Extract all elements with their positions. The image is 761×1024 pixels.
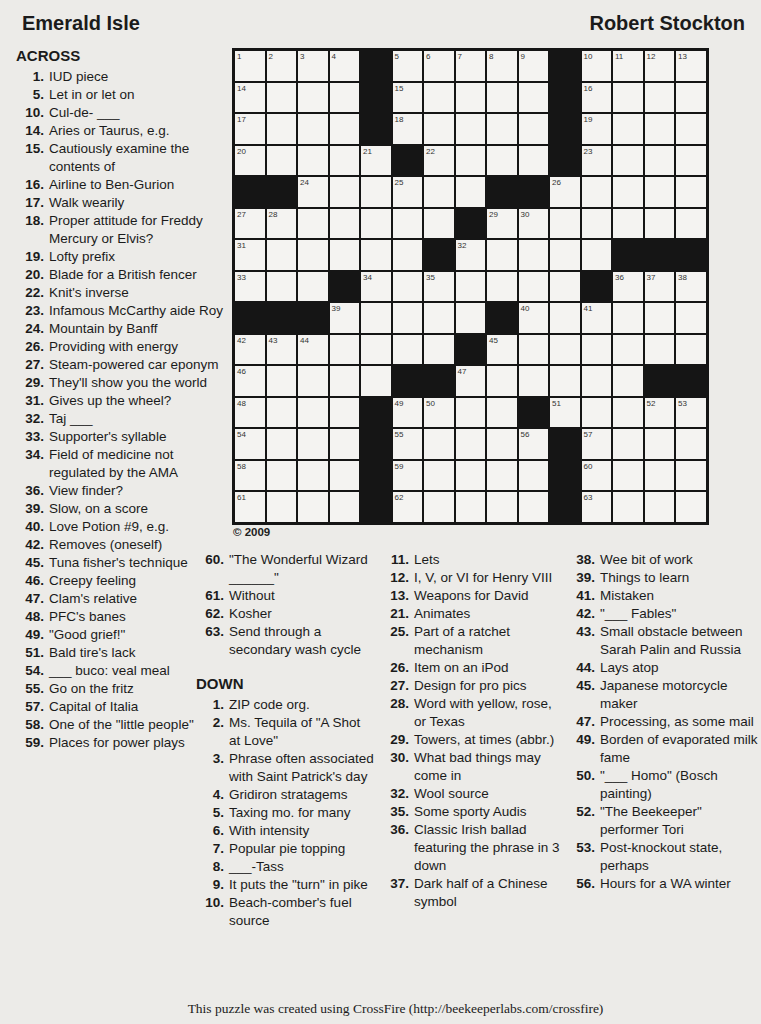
grid-cell[interactable] bbox=[486, 397, 518, 429]
grid-cell[interactable]: 33 bbox=[234, 271, 266, 303]
grid-cell[interactable] bbox=[329, 176, 361, 208]
cell-number: 40 bbox=[521, 304, 530, 313]
clue-text: Knit's inverse bbox=[49, 284, 228, 302]
grid-cell[interactable] bbox=[644, 302, 676, 334]
grid-cell[interactable]: 21 bbox=[360, 145, 392, 177]
grid-cell[interactable] bbox=[486, 82, 518, 114]
grid-cell[interactable]: 47 bbox=[455, 365, 487, 397]
clue-number: 58. bbox=[16, 716, 44, 734]
black-cell bbox=[675, 239, 707, 271]
grid-cell[interactable]: 26 bbox=[549, 176, 581, 208]
puzzle-title: Emerald Isle bbox=[22, 12, 140, 35]
grid-cell[interactable] bbox=[486, 460, 518, 492]
clue-text: Field of medicine not regulated by the A… bbox=[49, 446, 228, 482]
grid-cell[interactable] bbox=[455, 397, 487, 429]
grid-cell[interactable] bbox=[581, 334, 613, 366]
grid-cell[interactable] bbox=[329, 365, 361, 397]
clue-item: 34.Field of medicine not regulated by th… bbox=[16, 446, 228, 482]
grid-cell[interactable] bbox=[549, 334, 581, 366]
grid-cell[interactable] bbox=[455, 82, 487, 114]
grid-cell[interactable] bbox=[486, 491, 518, 523]
clue-number: 38. bbox=[567, 551, 595, 569]
grid-cell[interactable] bbox=[518, 365, 550, 397]
grid-cell[interactable] bbox=[329, 334, 361, 366]
grid-cell[interactable] bbox=[518, 271, 550, 303]
grid-cell[interactable] bbox=[392, 239, 424, 271]
grid-cell[interactable] bbox=[644, 145, 676, 177]
clue-text: ZIP code org. bbox=[229, 696, 374, 714]
grid-cell[interactable]: 41 bbox=[581, 302, 613, 334]
clue-text: Taj ___ bbox=[49, 410, 228, 428]
grid-cell[interactable] bbox=[297, 113, 329, 145]
clue-text: Kosher bbox=[229, 605, 374, 623]
grid-cell[interactable] bbox=[644, 491, 676, 523]
black-cell bbox=[297, 302, 329, 334]
grid-cell[interactable] bbox=[360, 208, 392, 240]
clue-text: Wool source bbox=[414, 785, 564, 803]
grid-cell[interactable] bbox=[423, 334, 455, 366]
grid-cell[interactable] bbox=[329, 113, 361, 145]
grid-cell[interactable]: 14 bbox=[234, 82, 266, 114]
grid-cell[interactable]: 13 bbox=[675, 50, 707, 82]
grid-cell[interactable]: 39 bbox=[329, 302, 361, 334]
black-cell bbox=[455, 334, 487, 366]
grid-cell[interactable] bbox=[455, 460, 487, 492]
grid-cell[interactable]: 3 bbox=[297, 50, 329, 82]
grid-cell[interactable] bbox=[455, 491, 487, 523]
clue-text: Ms. Tequila of "A Shot at Love" bbox=[229, 714, 374, 750]
grid-cell[interactable] bbox=[297, 428, 329, 460]
grid-cell[interactable] bbox=[297, 491, 329, 523]
cell-number: 13 bbox=[678, 52, 687, 61]
grid-cell[interactable] bbox=[455, 176, 487, 208]
clue-number: 42. bbox=[16, 536, 44, 554]
grid-cell[interactable] bbox=[675, 334, 707, 366]
grid-cell[interactable]: 27 bbox=[234, 208, 266, 240]
clue-text: Slow, on a score bbox=[49, 500, 228, 518]
cell-number: 11 bbox=[615, 52, 623, 61]
grid-cell[interactable]: 42 bbox=[234, 334, 266, 366]
clue-number: 4. bbox=[196, 786, 224, 804]
grid-cell[interactable] bbox=[455, 428, 487, 460]
grid-cell[interactable]: 25 bbox=[392, 176, 424, 208]
clue-number: 39. bbox=[567, 569, 595, 587]
cell-number: 3 bbox=[300, 52, 304, 61]
clue-number: 39. bbox=[16, 500, 44, 518]
clue-text: Hours for a WA winter bbox=[600, 875, 759, 893]
grid-cell[interactable]: 57 bbox=[581, 428, 613, 460]
grid-cell[interactable] bbox=[675, 428, 707, 460]
grid-cell[interactable]: 38 bbox=[675, 271, 707, 303]
grid-cell[interactable] bbox=[297, 239, 329, 271]
grid-cell[interactable] bbox=[644, 82, 676, 114]
clues-column-2: 60."The Wonderful Wizard ______"61.Witho… bbox=[196, 551, 374, 930]
grid-cell[interactable] bbox=[612, 428, 644, 460]
cell-number: 22 bbox=[426, 147, 435, 156]
grid-cell[interactable]: 60 bbox=[581, 460, 613, 492]
clue-item: 27.Design for pro pics bbox=[381, 677, 564, 695]
grid-cell[interactable] bbox=[329, 397, 361, 429]
cell-number: 43 bbox=[269, 336, 278, 345]
grid-cell[interactable]: 24 bbox=[297, 176, 329, 208]
clue-number: 16. bbox=[16, 176, 44, 194]
grid-cell[interactable] bbox=[423, 176, 455, 208]
grid-cell[interactable] bbox=[486, 365, 518, 397]
grid-cell[interactable] bbox=[423, 208, 455, 240]
grid-cell[interactable] bbox=[612, 145, 644, 177]
grid-cell[interactable]: 45 bbox=[486, 334, 518, 366]
grid-cell[interactable] bbox=[581, 176, 613, 208]
grid-cell[interactable] bbox=[675, 460, 707, 492]
cell-number: 23 bbox=[584, 147, 593, 156]
clue-number: 62. bbox=[196, 605, 224, 623]
black-cell bbox=[360, 50, 392, 82]
grid-cell[interactable]: 36 bbox=[612, 271, 644, 303]
black-cell bbox=[549, 491, 581, 523]
grid-cell[interactable] bbox=[644, 428, 676, 460]
grid-cell[interactable]: 7 bbox=[455, 50, 487, 82]
grid-cell[interactable] bbox=[297, 82, 329, 114]
clue-number: 26. bbox=[381, 659, 409, 677]
grid-cell[interactable] bbox=[297, 397, 329, 429]
grid-cell[interactable]: 29 bbox=[486, 208, 518, 240]
grid-cell[interactable]: 6 bbox=[423, 50, 455, 82]
clue-number: 29. bbox=[381, 731, 409, 749]
grid-cell[interactable] bbox=[266, 365, 298, 397]
cell-number: 35 bbox=[426, 273, 435, 282]
grid-cell[interactable]: 28 bbox=[266, 208, 298, 240]
grid-cell[interactable] bbox=[297, 145, 329, 177]
clue-number: 2. bbox=[196, 714, 224, 732]
grid-cell[interactable] bbox=[329, 460, 361, 492]
clue-item: 15.Cautiously examine the contents of bbox=[16, 140, 228, 176]
grid-cell[interactable]: 22 bbox=[423, 145, 455, 177]
grid-cell[interactable]: 12 bbox=[644, 50, 676, 82]
grid-cell[interactable]: 11 bbox=[612, 50, 644, 82]
grid-cell[interactable]: 49 bbox=[392, 397, 424, 429]
grid-cell[interactable]: 9 bbox=[518, 50, 550, 82]
clue-item: 32.Taj ___ bbox=[16, 410, 228, 428]
clue-item: 40.Love Potion #9, e.g. bbox=[16, 518, 228, 536]
clue-item: 42."___ Fables" bbox=[567, 605, 759, 623]
cell-number: 49 bbox=[395, 399, 404, 408]
grid-cell[interactable] bbox=[392, 271, 424, 303]
grid-cell[interactable]: 53 bbox=[675, 397, 707, 429]
grid-cell[interactable] bbox=[486, 145, 518, 177]
grid-cell[interactable] bbox=[581, 365, 613, 397]
grid-cell[interactable]: 55 bbox=[392, 428, 424, 460]
cell-number: 62 bbox=[395, 493, 404, 502]
grid-cell[interactable]: 43 bbox=[266, 334, 298, 366]
grid-cell[interactable] bbox=[675, 82, 707, 114]
clue-number: 24. bbox=[16, 320, 44, 338]
grid-cell[interactable] bbox=[581, 397, 613, 429]
grid-cell[interactable] bbox=[486, 428, 518, 460]
grid-cell[interactable] bbox=[581, 239, 613, 271]
clue-text: Lofty prefix bbox=[49, 248, 228, 266]
clue-number: 19. bbox=[16, 248, 44, 266]
clue-item: 37.Dark half of a Chinese symbol bbox=[381, 875, 564, 911]
grid-cell[interactable]: 51 bbox=[549, 397, 581, 429]
grid-cell[interactable] bbox=[360, 176, 392, 208]
grid-cell[interactable] bbox=[612, 397, 644, 429]
grid-cell[interactable] bbox=[392, 334, 424, 366]
clue-item: 43.Small obstacle between Sarah Palin an… bbox=[567, 623, 759, 659]
grid-cell[interactable]: 56 bbox=[518, 428, 550, 460]
clue-number: 55. bbox=[16, 680, 44, 698]
grid-cell[interactable] bbox=[518, 82, 550, 114]
clue-number: 36. bbox=[16, 482, 44, 500]
grid-cell[interactable] bbox=[297, 208, 329, 240]
cell-number: 46 bbox=[237, 367, 246, 376]
clue-number: 1. bbox=[16, 68, 44, 86]
clue-item: 24.Mountain by Banff bbox=[16, 320, 228, 338]
clue-item: 31.Gives up the wheel? bbox=[16, 392, 228, 410]
grid-cell[interactable] bbox=[644, 460, 676, 492]
clue-item: 14.Aries or Taurus, e.g. bbox=[16, 122, 228, 140]
grid-cell[interactable] bbox=[644, 113, 676, 145]
grid-cell[interactable]: 52 bbox=[644, 397, 676, 429]
grid-cell[interactable] bbox=[423, 428, 455, 460]
clue-number: 27. bbox=[381, 677, 409, 695]
grid-cell[interactable] bbox=[297, 460, 329, 492]
clue-number: 40. bbox=[16, 518, 44, 536]
cell-number: 32 bbox=[458, 241, 467, 250]
clue-text: "The Wonderful Wizard ______" bbox=[229, 551, 374, 587]
grid-cell[interactable] bbox=[581, 208, 613, 240]
grid-cell[interactable]: 37 bbox=[644, 271, 676, 303]
grid-cell[interactable]: 20 bbox=[234, 145, 266, 177]
grid-cell[interactable] bbox=[329, 145, 361, 177]
cell-number: 21 bbox=[363, 147, 372, 156]
cell-number: 20 bbox=[237, 147, 246, 156]
black-cell bbox=[581, 271, 613, 303]
grid-cell[interactable]: 40 bbox=[518, 302, 550, 334]
grid-cell[interactable] bbox=[360, 239, 392, 271]
clue-number: 32. bbox=[16, 410, 44, 428]
grid-cell[interactable]: 48 bbox=[234, 397, 266, 429]
grid-cell[interactable] bbox=[612, 82, 644, 114]
grid-cell[interactable]: 4 bbox=[329, 50, 361, 82]
grid-cell[interactable] bbox=[518, 491, 550, 523]
grid-cell[interactable] bbox=[486, 113, 518, 145]
grid-cell[interactable]: 61 bbox=[234, 491, 266, 523]
grid-cell[interactable] bbox=[423, 460, 455, 492]
grid-cell[interactable]: 5 bbox=[392, 50, 424, 82]
clue-number: 42. bbox=[567, 605, 595, 623]
grid-cell[interactable]: 58 bbox=[234, 460, 266, 492]
clue-number: 7. bbox=[196, 840, 224, 858]
grid-cell[interactable] bbox=[644, 334, 676, 366]
grid-cell[interactable] bbox=[266, 460, 298, 492]
grid-cell[interactable]: 54 bbox=[234, 428, 266, 460]
grid-copyright: © 2009 bbox=[233, 526, 270, 538]
clue-number: 27. bbox=[16, 356, 44, 374]
grid-cell[interactable] bbox=[455, 113, 487, 145]
grid-cell[interactable] bbox=[360, 365, 392, 397]
grid-cell[interactable] bbox=[329, 428, 361, 460]
cell-number: 9 bbox=[521, 52, 525, 61]
grid-cell[interactable]: 10 bbox=[581, 50, 613, 82]
cell-number: 44 bbox=[300, 336, 309, 345]
grid-cell[interactable] bbox=[675, 302, 707, 334]
down-header: DOWN bbox=[196, 674, 374, 694]
grid-cell[interactable] bbox=[675, 176, 707, 208]
grid-cell[interactable]: 50 bbox=[423, 397, 455, 429]
clue-item: 33.Supporter's syllable bbox=[16, 428, 228, 446]
grid-cell[interactable] bbox=[549, 302, 581, 334]
grid-cell[interactable] bbox=[266, 239, 298, 271]
grid-cell[interactable]: 62 bbox=[392, 491, 424, 523]
grid-cell[interactable] bbox=[423, 302, 455, 334]
grid-cell[interactable]: 46 bbox=[234, 365, 266, 397]
clue-number: 21. bbox=[381, 605, 409, 623]
clue-text: Cautiously examine the contents of bbox=[49, 140, 228, 176]
black-cell bbox=[644, 365, 676, 397]
grid-cell[interactable] bbox=[329, 491, 361, 523]
grid-cell[interactable]: 23 bbox=[581, 145, 613, 177]
grid-cell[interactable] bbox=[329, 239, 361, 271]
cell-number: 47 bbox=[458, 367, 467, 376]
clue-text: Airline to Ben-Gurion bbox=[49, 176, 228, 194]
grid-cell[interactable] bbox=[329, 208, 361, 240]
clue-text: View finder? bbox=[49, 482, 228, 500]
clue-text: IUD piece bbox=[49, 68, 228, 86]
grid-cell[interactable] bbox=[612, 208, 644, 240]
clue-number: 48. bbox=[16, 608, 44, 626]
grid-cell[interactable]: 15 bbox=[392, 82, 424, 114]
grid-cell[interactable] bbox=[360, 334, 392, 366]
grid-cell[interactable] bbox=[612, 302, 644, 334]
grid-cell[interactable] bbox=[612, 113, 644, 145]
clue-number: 13. bbox=[381, 587, 409, 605]
black-cell bbox=[644, 239, 676, 271]
clue-item: 29.They'll show you the world bbox=[16, 374, 228, 392]
grid-cell[interactable] bbox=[549, 271, 581, 303]
grid-cell[interactable] bbox=[266, 271, 298, 303]
clue-text: Weapons for David bbox=[414, 587, 564, 605]
cell-number: 19 bbox=[584, 115, 593, 124]
grid-cell[interactable]: 18 bbox=[392, 113, 424, 145]
cell-number: 34 bbox=[363, 273, 372, 282]
clue-number: 31. bbox=[16, 392, 44, 410]
clue-number: 14. bbox=[16, 122, 44, 140]
grid-cell[interactable] bbox=[549, 365, 581, 397]
clue-item: 1.IUD piece bbox=[16, 68, 228, 86]
grid-cell[interactable] bbox=[266, 113, 298, 145]
grid-cell[interactable]: 34 bbox=[360, 271, 392, 303]
grid-cell[interactable] bbox=[675, 145, 707, 177]
clue-item: 5.Let in or let on bbox=[16, 86, 228, 104]
grid-cell[interactable]: 2 bbox=[266, 50, 298, 82]
clue-text: Lets bbox=[414, 551, 564, 569]
cell-number: 7 bbox=[458, 52, 462, 61]
clue-text: Japanese motorcycle maker bbox=[600, 677, 759, 713]
grid-cell[interactable] bbox=[612, 334, 644, 366]
black-cell bbox=[423, 239, 455, 271]
clue-number: 33. bbox=[16, 428, 44, 446]
grid-cell[interactable] bbox=[486, 239, 518, 271]
grid-cell[interactable] bbox=[612, 460, 644, 492]
grid-cell[interactable]: 32 bbox=[455, 239, 487, 271]
grid-cell[interactable] bbox=[423, 82, 455, 114]
grid-cell[interactable]: 16 bbox=[581, 82, 613, 114]
clue-number: 6. bbox=[196, 822, 224, 840]
grid-cell[interactable] bbox=[423, 491, 455, 523]
cell-number: 18 bbox=[395, 115, 404, 124]
grid-cell[interactable] bbox=[675, 491, 707, 523]
grid-cell[interactable] bbox=[455, 271, 487, 303]
grid-cell[interactable] bbox=[518, 239, 550, 271]
grid-cell[interactable] bbox=[518, 113, 550, 145]
clue-text: Design for pro pics bbox=[414, 677, 564, 695]
clue-number: 29. bbox=[16, 374, 44, 392]
grid-cell[interactable] bbox=[612, 176, 644, 208]
grid-cell[interactable] bbox=[518, 334, 550, 366]
grid-cell[interactable]: 30 bbox=[518, 208, 550, 240]
grid-cell[interactable] bbox=[455, 302, 487, 334]
grid-cell[interactable] bbox=[549, 208, 581, 240]
black-cell bbox=[392, 365, 424, 397]
grid-cell[interactable] bbox=[644, 208, 676, 240]
grid-cell[interactable] bbox=[675, 113, 707, 145]
clue-text: Without bbox=[229, 587, 374, 605]
grid-cell[interactable]: 8 bbox=[486, 50, 518, 82]
grid-cell[interactable]: 35 bbox=[423, 271, 455, 303]
clue-item: 18.Proper attitude for Freddy Mercury or… bbox=[16, 212, 228, 248]
grid-cell[interactable] bbox=[266, 82, 298, 114]
grid-cell[interactable]: 59 bbox=[392, 460, 424, 492]
cell-number: 36 bbox=[615, 273, 624, 282]
grid-cell[interactable] bbox=[266, 491, 298, 523]
clue-number: 3. bbox=[196, 750, 224, 768]
grid-cell[interactable]: 31 bbox=[234, 239, 266, 271]
grid-cell[interactable] bbox=[297, 271, 329, 303]
grid-cell[interactable]: 17 bbox=[234, 113, 266, 145]
grid-cell[interactable] bbox=[329, 82, 361, 114]
grid-cell[interactable] bbox=[392, 302, 424, 334]
clue-number: 11. bbox=[381, 551, 409, 569]
grid-cell[interactable] bbox=[392, 208, 424, 240]
grid-cell[interactable] bbox=[549, 239, 581, 271]
grid-cell[interactable]: 19 bbox=[581, 113, 613, 145]
grid-cell[interactable] bbox=[518, 145, 550, 177]
grid-cell[interactable] bbox=[612, 365, 644, 397]
grid-cell[interactable]: 1 bbox=[234, 50, 266, 82]
grid-cell[interactable] bbox=[455, 145, 487, 177]
clue-number: 49. bbox=[16, 626, 44, 644]
grid-cell[interactable] bbox=[486, 271, 518, 303]
grid-cell[interactable] bbox=[518, 460, 550, 492]
grid-cell[interactable] bbox=[675, 208, 707, 240]
grid-cell[interactable] bbox=[266, 145, 298, 177]
grid-cell[interactable] bbox=[612, 491, 644, 523]
clue-item: 41.Mistaken bbox=[567, 587, 759, 605]
clue-text: Mistaken bbox=[600, 587, 759, 605]
cell-number: 8 bbox=[489, 52, 493, 61]
grid-cell[interactable] bbox=[266, 428, 298, 460]
grid-cell[interactable]: 63 bbox=[581, 491, 613, 523]
grid-cell[interactable] bbox=[644, 176, 676, 208]
cell-number: 58 bbox=[237, 462, 246, 471]
grid-cell[interactable] bbox=[360, 302, 392, 334]
grid-cell[interactable] bbox=[297, 365, 329, 397]
grid-cell[interactable]: 44 bbox=[297, 334, 329, 366]
clue-text: "The Beekeeper" performer Tori bbox=[600, 803, 759, 839]
grid-cell[interactable] bbox=[423, 113, 455, 145]
cell-number: 30 bbox=[521, 210, 530, 219]
grid-cell[interactable] bbox=[266, 397, 298, 429]
